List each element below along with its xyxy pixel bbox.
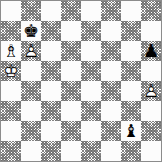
- square-c5[interactable]: [41, 61, 61, 81]
- square-a3[interactable]: [1, 101, 21, 121]
- piece-glyph: ♟: [141, 41, 161, 61]
- square-g5[interactable]: [121, 61, 141, 81]
- square-h4[interactable]: ♟♙: [141, 81, 161, 101]
- piece-glyph: ♙: [141, 81, 161, 101]
- square-d6[interactable]: [61, 41, 81, 61]
- white-pawn-piece: ♟♙: [21, 41, 41, 61]
- square-b2[interactable]: [21, 121, 41, 141]
- square-f2[interactable]: [101, 121, 121, 141]
- square-a8[interactable]: [1, 1, 21, 21]
- square-a6[interactable]: ♝♗: [1, 41, 21, 61]
- square-g4[interactable]: [121, 81, 141, 101]
- square-h5[interactable]: [141, 61, 161, 81]
- square-h8[interactable]: [141, 1, 161, 21]
- white-king-piece: ♚♔: [1, 61, 21, 81]
- square-c3[interactable]: [41, 101, 61, 121]
- square-e8[interactable]: [81, 1, 101, 21]
- square-f6[interactable]: [101, 41, 121, 61]
- square-d8[interactable]: [61, 1, 81, 21]
- square-g8[interactable]: [121, 1, 141, 21]
- square-b8[interactable]: [21, 1, 41, 21]
- black-pawn-piece: ♟: [141, 41, 161, 61]
- square-c8[interactable]: [41, 1, 61, 21]
- square-d4[interactable]: [61, 81, 81, 101]
- square-c1[interactable]: [41, 141, 61, 161]
- square-g7[interactable]: [121, 21, 141, 41]
- square-b1[interactable]: [21, 141, 41, 161]
- square-h3[interactable]: [141, 101, 161, 121]
- square-b3[interactable]: [21, 101, 41, 121]
- square-e5[interactable]: [81, 61, 101, 81]
- square-a1[interactable]: [1, 141, 21, 161]
- square-c7[interactable]: [41, 21, 61, 41]
- chess-board: ♚♝♗♟♙♟♚♔♟♙♝: [1, 1, 161, 161]
- piece-glyph: ♔: [1, 61, 21, 81]
- square-g1[interactable]: [121, 141, 141, 161]
- black-king-piece: ♚: [21, 21, 41, 41]
- piece-glyph: ♙: [21, 41, 41, 61]
- square-h1[interactable]: [141, 141, 161, 161]
- square-a4[interactable]: [1, 81, 21, 101]
- square-g2[interactable]: ♝: [121, 121, 141, 141]
- black-bishop-piece: ♝: [121, 121, 141, 141]
- square-c2[interactable]: [41, 121, 61, 141]
- square-d7[interactable]: [61, 21, 81, 41]
- square-e2[interactable]: [81, 121, 101, 141]
- square-e7[interactable]: [81, 21, 101, 41]
- square-g3[interactable]: [121, 101, 141, 121]
- square-b5[interactable]: [21, 61, 41, 81]
- piece-glyph: ♚: [21, 21, 41, 41]
- square-d5[interactable]: [61, 61, 81, 81]
- square-d2[interactable]: [61, 121, 81, 141]
- piece-glyph: ♗: [1, 41, 21, 61]
- square-e6[interactable]: [81, 41, 101, 61]
- square-c4[interactable]: [41, 81, 61, 101]
- square-c6[interactable]: [41, 41, 61, 61]
- square-e1[interactable]: [81, 141, 101, 161]
- square-f4[interactable]: [101, 81, 121, 101]
- square-f1[interactable]: [101, 141, 121, 161]
- square-h6[interactable]: ♟: [141, 41, 161, 61]
- square-d3[interactable]: [61, 101, 81, 121]
- square-e4[interactable]: [81, 81, 101, 101]
- chess-board-frame: ♚♝♗♟♙♟♚♔♟♙♝: [0, 0, 162, 162]
- square-a7[interactable]: [1, 21, 21, 41]
- square-f8[interactable]: [101, 1, 121, 21]
- square-b7[interactable]: ♚: [21, 21, 41, 41]
- square-h2[interactable]: [141, 121, 161, 141]
- white-pawn-piece: ♟♙: [141, 81, 161, 101]
- square-d1[interactable]: [61, 141, 81, 161]
- square-a2[interactable]: [1, 121, 21, 141]
- piece-glyph: ♝: [121, 121, 141, 141]
- square-e3[interactable]: [81, 101, 101, 121]
- square-h7[interactable]: [141, 21, 161, 41]
- square-f7[interactable]: [101, 21, 121, 41]
- square-b4[interactable]: [21, 81, 41, 101]
- square-f5[interactable]: [101, 61, 121, 81]
- square-g6[interactable]: [121, 41, 141, 61]
- square-a5[interactable]: ♚♔: [1, 61, 21, 81]
- square-f3[interactable]: [101, 101, 121, 121]
- white-bishop-piece: ♝♗: [1, 41, 21, 61]
- square-b6[interactable]: ♟♙: [21, 41, 41, 61]
